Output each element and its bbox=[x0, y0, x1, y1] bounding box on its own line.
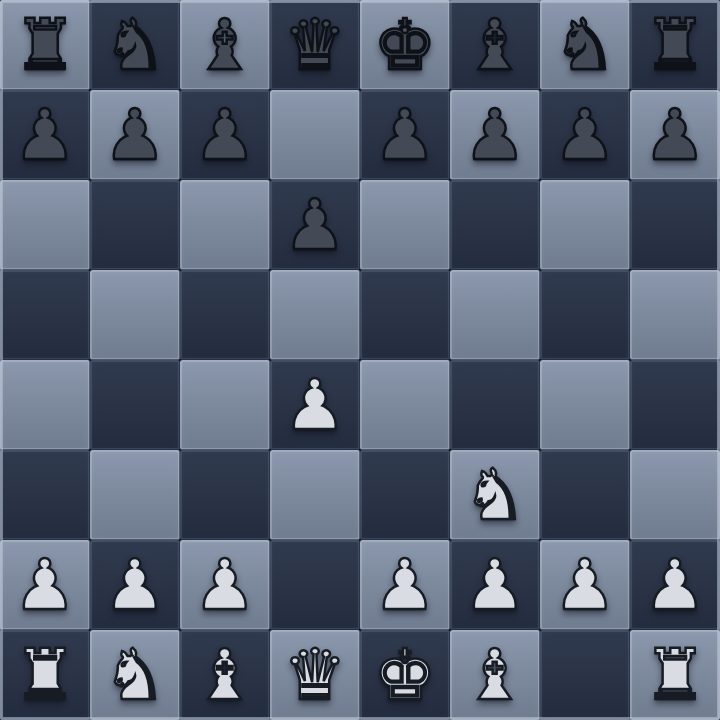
piece-white-pawn[interactable]: ♟ bbox=[284, 360, 347, 450]
square-c7[interactable]: ♟ bbox=[180, 90, 270, 180]
square-d4[interactable]: ♟ bbox=[270, 360, 360, 450]
piece-white-knight[interactable]: ♞ bbox=[464, 450, 527, 540]
piece-white-pawn[interactable]: ♟ bbox=[464, 540, 527, 630]
square-g7[interactable]: ♟ bbox=[540, 90, 630, 180]
piece-black-pawn[interactable]: ♟ bbox=[374, 90, 437, 180]
square-h2[interactable]: ♟ bbox=[630, 540, 720, 630]
square-b4[interactable] bbox=[90, 360, 180, 450]
square-d8[interactable]: ♛ bbox=[270, 0, 360, 90]
square-g6[interactable] bbox=[540, 180, 630, 270]
square-a4[interactable] bbox=[0, 360, 90, 450]
piece-white-rook[interactable]: ♜ bbox=[644, 630, 707, 720]
square-f7[interactable]: ♟ bbox=[450, 90, 540, 180]
square-h7[interactable]: ♟ bbox=[630, 90, 720, 180]
square-h4[interactable] bbox=[630, 360, 720, 450]
square-c5[interactable] bbox=[180, 270, 270, 360]
square-a1[interactable]: ♜ bbox=[0, 630, 90, 720]
chessboard: ♜♞♝♛♚♝♞♜♟♟♟♟♟♟♟♟♟♞♟♟♟♟♟♟♟♜♞♝♛♚♝♜ bbox=[0, 0, 720, 720]
square-e1[interactable]: ♚ bbox=[360, 630, 450, 720]
piece-black-pawn[interactable]: ♟ bbox=[194, 90, 257, 180]
square-b8[interactable]: ♞ bbox=[90, 0, 180, 90]
piece-white-bishop[interactable]: ♝ bbox=[194, 630, 257, 720]
square-b6[interactable] bbox=[90, 180, 180, 270]
piece-white-pawn[interactable]: ♟ bbox=[554, 540, 617, 630]
square-d2[interactable] bbox=[270, 540, 360, 630]
square-h8[interactable]: ♜ bbox=[630, 0, 720, 90]
square-a5[interactable] bbox=[0, 270, 90, 360]
square-f1[interactable]: ♝ bbox=[450, 630, 540, 720]
square-b2[interactable]: ♟ bbox=[90, 540, 180, 630]
square-c3[interactable] bbox=[180, 450, 270, 540]
piece-white-pawn[interactable]: ♟ bbox=[194, 540, 257, 630]
piece-white-bishop[interactable]: ♝ bbox=[464, 630, 527, 720]
piece-black-bishop[interactable]: ♝ bbox=[194, 0, 257, 90]
square-f8[interactable]: ♝ bbox=[450, 0, 540, 90]
piece-black-queen[interactable]: ♛ bbox=[284, 0, 347, 90]
piece-white-king[interactable]: ♚ bbox=[374, 630, 437, 720]
square-g8[interactable]: ♞ bbox=[540, 0, 630, 90]
square-e8[interactable]: ♚ bbox=[360, 0, 450, 90]
square-a6[interactable] bbox=[0, 180, 90, 270]
square-d1[interactable]: ♛ bbox=[270, 630, 360, 720]
square-a7[interactable]: ♟ bbox=[0, 90, 90, 180]
square-h1[interactable]: ♜ bbox=[630, 630, 720, 720]
square-d6[interactable]: ♟ bbox=[270, 180, 360, 270]
square-f2[interactable]: ♟ bbox=[450, 540, 540, 630]
square-e6[interactable] bbox=[360, 180, 450, 270]
piece-black-rook[interactable]: ♜ bbox=[644, 0, 707, 90]
square-f5[interactable] bbox=[450, 270, 540, 360]
square-d5[interactable] bbox=[270, 270, 360, 360]
piece-white-pawn[interactable]: ♟ bbox=[14, 540, 77, 630]
square-e3[interactable] bbox=[360, 450, 450, 540]
piece-black-pawn[interactable]: ♟ bbox=[644, 90, 707, 180]
square-e2[interactable]: ♟ bbox=[360, 540, 450, 630]
square-e5[interactable] bbox=[360, 270, 450, 360]
piece-black-pawn[interactable]: ♟ bbox=[104, 90, 167, 180]
piece-black-rook[interactable]: ♜ bbox=[14, 0, 77, 90]
piece-white-rook[interactable]: ♜ bbox=[14, 630, 77, 720]
square-a3[interactable] bbox=[0, 450, 90, 540]
chessboard-container: ♜♞♝♛♚♝♞♜♟♟♟♟♟♟♟♟♟♞♟♟♟♟♟♟♟♜♞♝♛♚♝♜ bbox=[0, 0, 720, 720]
square-a2[interactable]: ♟ bbox=[0, 540, 90, 630]
square-g3[interactable] bbox=[540, 450, 630, 540]
square-g1[interactable] bbox=[540, 630, 630, 720]
square-c4[interactable] bbox=[180, 360, 270, 450]
square-g5[interactable] bbox=[540, 270, 630, 360]
piece-black-king[interactable]: ♚ bbox=[374, 0, 437, 90]
square-c2[interactable]: ♟ bbox=[180, 540, 270, 630]
square-h3[interactable] bbox=[630, 450, 720, 540]
square-f6[interactable] bbox=[450, 180, 540, 270]
piece-white-pawn[interactable]: ♟ bbox=[644, 540, 707, 630]
square-d3[interactable] bbox=[270, 450, 360, 540]
piece-black-pawn[interactable]: ♟ bbox=[284, 180, 347, 270]
square-c1[interactable]: ♝ bbox=[180, 630, 270, 720]
piece-white-pawn[interactable]: ♟ bbox=[104, 540, 167, 630]
square-e4[interactable] bbox=[360, 360, 450, 450]
square-g4[interactable] bbox=[540, 360, 630, 450]
square-a8[interactable]: ♜ bbox=[0, 0, 90, 90]
piece-black-pawn[interactable]: ♟ bbox=[554, 90, 617, 180]
square-g2[interactable]: ♟ bbox=[540, 540, 630, 630]
square-b3[interactable] bbox=[90, 450, 180, 540]
piece-black-pawn[interactable]: ♟ bbox=[14, 90, 77, 180]
square-f4[interactable] bbox=[450, 360, 540, 450]
square-c6[interactable] bbox=[180, 180, 270, 270]
square-f3[interactable]: ♞ bbox=[450, 450, 540, 540]
square-e7[interactable]: ♟ bbox=[360, 90, 450, 180]
square-b5[interactable] bbox=[90, 270, 180, 360]
square-b1[interactable]: ♞ bbox=[90, 630, 180, 720]
piece-white-queen[interactable]: ♛ bbox=[284, 630, 347, 720]
piece-black-knight[interactable]: ♞ bbox=[104, 0, 167, 90]
square-d7[interactable] bbox=[270, 90, 360, 180]
piece-black-knight[interactable]: ♞ bbox=[554, 0, 617, 90]
square-h6[interactable] bbox=[630, 180, 720, 270]
piece-white-knight[interactable]: ♞ bbox=[104, 630, 167, 720]
piece-white-pawn[interactable]: ♟ bbox=[374, 540, 437, 630]
square-h5[interactable] bbox=[630, 270, 720, 360]
square-c8[interactable]: ♝ bbox=[180, 0, 270, 90]
piece-black-bishop[interactable]: ♝ bbox=[464, 0, 527, 90]
piece-black-pawn[interactable]: ♟ bbox=[464, 90, 527, 180]
square-b7[interactable]: ♟ bbox=[90, 90, 180, 180]
